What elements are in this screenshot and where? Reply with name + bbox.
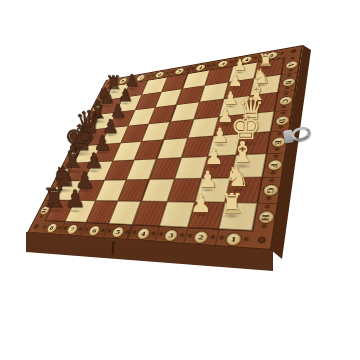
- square-g1: [225, 177, 262, 203]
- scroll-ornament: ✻: [157, 231, 164, 237]
- coordinate-medallion: 2: [193, 231, 209, 243]
- coordinate-medallion: 6: [88, 225, 101, 235]
- scroll-ornament: ✻: [218, 235, 225, 242]
- scroll-ornament: ✻: [260, 55, 265, 59]
- coordinate-medallion: 1: [266, 51, 278, 59]
- coordinate-medallion: 2: [241, 56, 253, 64]
- scroll-ornament: ✻: [104, 87, 109, 90]
- scroll-ornament: ✻: [89, 116, 94, 120]
- scroll-ornament: ✻: [58, 176, 63, 180]
- scroll-ornament: ✻: [212, 63, 217, 67]
- chess-set-photo: ✻8✻✻7✻✻6✻✻5✻✻4✻✻3✻✻2✻✻1✻✻8✻✻7✻✻6✻✻5✻✻4✻✻…: [0, 0, 360, 360]
- scroll-ornament: ✻: [48, 195, 54, 199]
- border-cell-right: ✻D✻: [270, 109, 293, 131]
- border-cell-right: ✻C✻: [274, 90, 296, 111]
- coordinate-medallion: 5: [111, 227, 125, 238]
- scroll-ornament: ✻: [45, 201, 51, 205]
- coordinate-medallion: H: [39, 206, 51, 214]
- scroll-ornament: ✻: [190, 67, 195, 71]
- coordinate-medallion: F: [267, 160, 282, 170]
- square-f1: [231, 154, 267, 178]
- coordinate-medallion: H: [258, 211, 274, 223]
- square-e1: [236, 132, 271, 155]
- scroll-ornament: ✻: [260, 224, 268, 231]
- scroll-ornament: ✻: [235, 59, 240, 63]
- scroll-ornament: ✻: [270, 171, 277, 177]
- coordinate-medallion: 3: [217, 60, 228, 68]
- scroll-ornament: ✻: [276, 132, 283, 137]
- scroll-ornament: ✻: [242, 236, 250, 243]
- coordinate-medallion: G: [262, 185, 278, 196]
- scroll-ornament: ✻: [272, 154, 279, 159]
- scroll-ornament: ✻: [268, 178, 275, 184]
- coordinate-medallion: 1: [226, 233, 242, 246]
- scroll-ornament: ✻: [73, 147, 78, 151]
- scroll-ornament: ✻: [265, 196, 272, 202]
- scroll-ornament: ✻: [264, 205, 271, 211]
- coordinate-medallion: 3: [164, 229, 179, 241]
- chess-board: ✻8✻✻7✻✻6✻✻5✻✻4✻✻3✻✻2✻✻1✻✻8✻✻7✻✻6✻✻5✻✻4✻✻…: [27, 45, 303, 251]
- scroll-ornament: ✻: [81, 131, 86, 135]
- square-d1: [241, 111, 274, 134]
- scroll-ornament: ✻: [64, 164, 69, 168]
- scroll-ornament: ✻: [55, 182, 60, 186]
- coordinate-medallion: G: [49, 187, 60, 195]
- scroll-ornament: ✻: [283, 92, 289, 97]
- scroll-ornament: ✻: [186, 233, 193, 239]
- scroll-ornament: ✻: [274, 147, 281, 152]
- scroll-ornament: ✻: [38, 215, 44, 220]
- square-h1: [219, 202, 258, 230]
- corner-ornament: ❁: [249, 231, 275, 251]
- scroll-ornament: ✻: [280, 111, 286, 116]
- coordinate-medallion: 5: [174, 67, 185, 74]
- coordinate-medallion: 4: [195, 64, 206, 71]
- coordinate-medallion: 4: [136, 228, 150, 239]
